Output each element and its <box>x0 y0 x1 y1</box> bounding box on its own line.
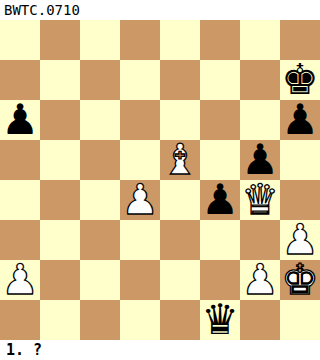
square-h5[interactable] <box>280 140 320 180</box>
black-queen[interactable]: ♛ <box>201 300 239 340</box>
square-a7[interactable] <box>0 60 40 100</box>
square-e6[interactable] <box>160 100 200 140</box>
move-prompt: 1. ? <box>0 340 320 360</box>
square-d6[interactable] <box>120 100 160 140</box>
square-c3[interactable] <box>80 220 120 260</box>
square-a2[interactable]: ♟ <box>0 260 40 300</box>
square-g4[interactable]: ♛ <box>240 180 280 220</box>
black-pawn[interactable]: ♟ <box>241 140 279 180</box>
black-king[interactable]: ♚ <box>281 60 319 100</box>
square-d1[interactable] <box>120 300 160 340</box>
square-b4[interactable] <box>40 180 80 220</box>
black-pawn[interactable]: ♟ <box>201 180 239 220</box>
square-b7[interactable] <box>40 60 80 100</box>
square-g6[interactable] <box>240 100 280 140</box>
square-b6[interactable] <box>40 100 80 140</box>
square-e7[interactable] <box>160 60 200 100</box>
square-g2[interactable]: ♟ <box>240 260 280 300</box>
square-g3[interactable] <box>240 220 280 260</box>
square-h8[interactable] <box>280 20 320 60</box>
black-pawn[interactable]: ♟ <box>1 100 39 140</box>
square-d2[interactable] <box>120 260 160 300</box>
square-b5[interactable] <box>40 140 80 180</box>
square-a6[interactable]: ♟ <box>0 100 40 140</box>
square-e5[interactable]: ♝ <box>160 140 200 180</box>
square-h7[interactable]: ♚ <box>280 60 320 100</box>
square-h4[interactable] <box>280 180 320 220</box>
square-c5[interactable] <box>80 140 120 180</box>
white-pawn[interactable]: ♟ <box>1 260 39 300</box>
puzzle-title: BWTC.0710 <box>0 0 320 20</box>
square-c2[interactable] <box>80 260 120 300</box>
square-f2[interactable] <box>200 260 240 300</box>
white-pawn[interactable]: ♟ <box>241 260 279 300</box>
square-e1[interactable] <box>160 300 200 340</box>
square-d7[interactable] <box>120 60 160 100</box>
square-d4[interactable]: ♟ <box>120 180 160 220</box>
square-g1[interactable] <box>240 300 280 340</box>
square-c4[interactable] <box>80 180 120 220</box>
chess-puzzle-app: BWTC.0710 ♚♟♟♝♟♟♟♛♟♟♟♚♛ 1. ? <box>0 0 320 360</box>
square-b3[interactable] <box>40 220 80 260</box>
square-e3[interactable] <box>160 220 200 260</box>
white-pawn[interactable]: ♟ <box>121 180 159 220</box>
square-a4[interactable] <box>0 180 40 220</box>
square-d8[interactable] <box>120 20 160 60</box>
chess-board: ♚♟♟♝♟♟♟♛♟♟♟♚♛ <box>0 20 320 340</box>
square-a8[interactable] <box>0 20 40 60</box>
square-c8[interactable] <box>80 20 120 60</box>
square-b1[interactable] <box>40 300 80 340</box>
square-f3[interactable] <box>200 220 240 260</box>
white-bishop[interactable]: ♝ <box>161 140 199 180</box>
square-d5[interactable] <box>120 140 160 180</box>
square-h1[interactable] <box>280 300 320 340</box>
square-f8[interactable] <box>200 20 240 60</box>
white-king[interactable]: ♚ <box>281 260 319 300</box>
square-b2[interactable] <box>40 260 80 300</box>
square-e2[interactable] <box>160 260 200 300</box>
square-h3[interactable]: ♟ <box>280 220 320 260</box>
square-a5[interactable] <box>0 140 40 180</box>
white-pawn[interactable]: ♟ <box>281 220 319 260</box>
square-g8[interactable] <box>240 20 280 60</box>
square-h6[interactable]: ♟ <box>280 100 320 140</box>
square-d3[interactable] <box>120 220 160 260</box>
square-g7[interactable] <box>240 60 280 100</box>
white-queen[interactable]: ♛ <box>241 180 279 220</box>
square-e8[interactable] <box>160 20 200 60</box>
square-a3[interactable] <box>0 220 40 260</box>
square-f7[interactable] <box>200 60 240 100</box>
square-c6[interactable] <box>80 100 120 140</box>
square-c7[interactable] <box>80 60 120 100</box>
square-f6[interactable] <box>200 100 240 140</box>
square-c1[interactable] <box>80 300 120 340</box>
square-b8[interactable] <box>40 20 80 60</box>
square-e4[interactable] <box>160 180 200 220</box>
black-pawn[interactable]: ♟ <box>281 100 319 140</box>
square-h2[interactable]: ♚ <box>280 260 320 300</box>
square-f1[interactable]: ♛ <box>200 300 240 340</box>
square-g5[interactable]: ♟ <box>240 140 280 180</box>
square-f5[interactable] <box>200 140 240 180</box>
square-a1[interactable] <box>0 300 40 340</box>
square-f4[interactable]: ♟ <box>200 180 240 220</box>
